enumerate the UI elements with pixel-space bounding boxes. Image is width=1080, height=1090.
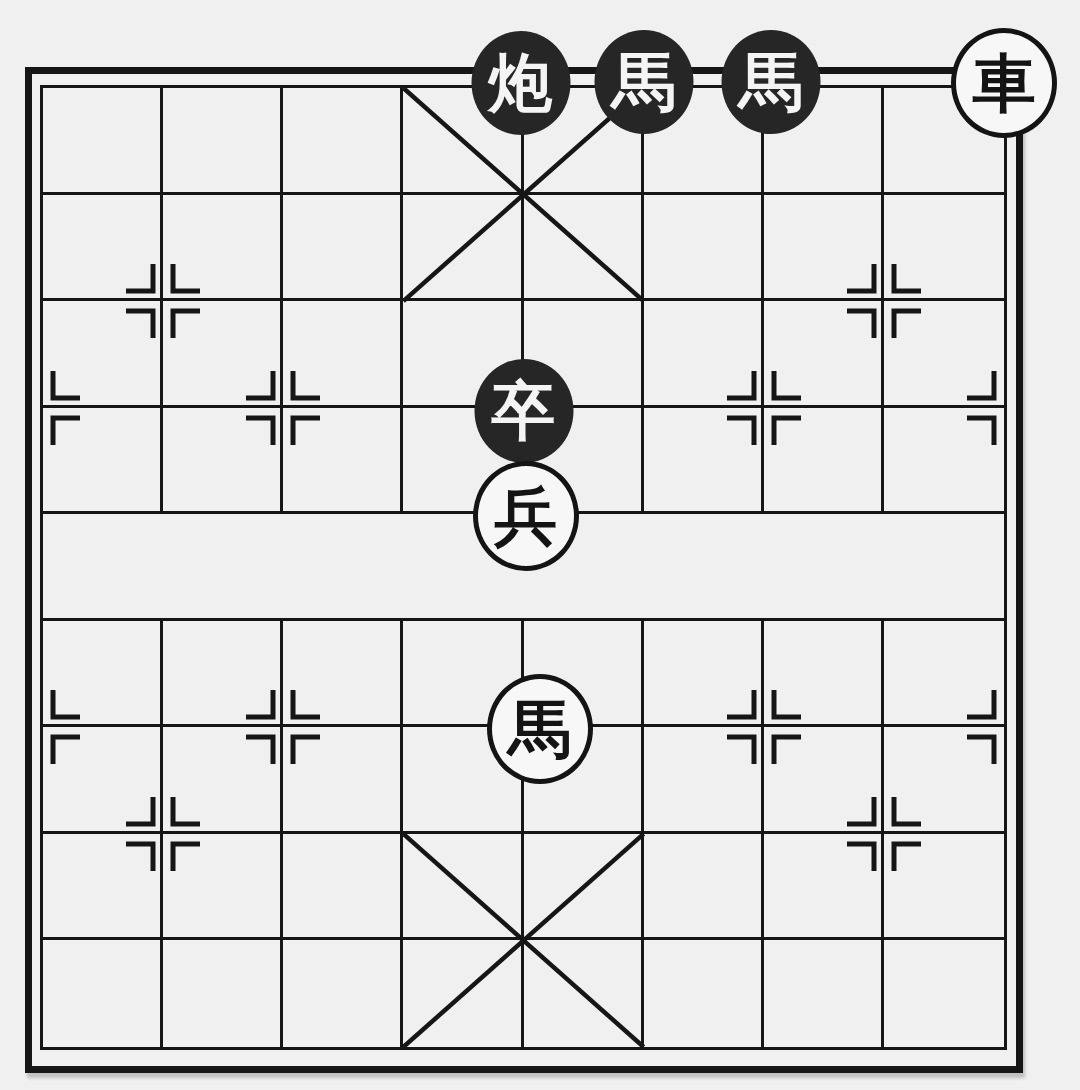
board-cell <box>764 195 884 302</box>
board-cell <box>884 301 1004 408</box>
board-cell <box>163 727 283 834</box>
board-cell <box>403 940 523 1047</box>
board-cell <box>884 727 1004 834</box>
board-cell <box>524 195 644 302</box>
board-cell <box>764 621 884 728</box>
board-cell <box>884 408 1004 515</box>
board-cell <box>43 195 163 302</box>
board-cell <box>43 727 163 834</box>
board-cell <box>43 408 163 515</box>
board-cell <box>43 940 163 1047</box>
board-cell <box>764 834 884 941</box>
river-cell <box>283 514 403 621</box>
piece-red-soldier[interactable]: 兵 <box>473 461 579 571</box>
board-cell <box>163 940 283 1047</box>
board-cell <box>644 408 764 515</box>
board-cell <box>283 301 403 408</box>
board-cell <box>43 834 163 941</box>
board-cell <box>644 834 764 941</box>
board-cell <box>163 301 283 408</box>
board-cell <box>764 940 884 1047</box>
river-cell <box>163 514 283 621</box>
board-cell <box>644 195 764 302</box>
piece-red-horse[interactable]: 馬 <box>487 674 593 784</box>
board-cell <box>884 834 1004 941</box>
board-cell <box>644 621 764 728</box>
board-cell <box>163 408 283 515</box>
board-cell <box>283 195 403 302</box>
board-cell <box>884 621 1004 728</box>
piece-black-cannon[interactable]: 炮 <box>471 31 570 135</box>
board-cell <box>764 408 884 515</box>
board-cell <box>283 834 403 941</box>
river-cell <box>884 514 1004 621</box>
board-cell <box>283 408 403 515</box>
board-cell <box>163 195 283 302</box>
board-cell <box>524 834 644 941</box>
piece-black-soldier[interactable]: 卒 <box>474 359 573 463</box>
river-cell <box>764 514 884 621</box>
board-cell <box>764 727 884 834</box>
river-cell <box>43 514 163 621</box>
river-cell <box>644 514 764 621</box>
page-background: 炮馬馬車卒兵馬 <box>0 0 1080 1090</box>
board-cell <box>283 621 403 728</box>
board-cell <box>283 940 403 1047</box>
board-cell <box>524 940 644 1047</box>
board-cell <box>43 621 163 728</box>
board-cell <box>644 301 764 408</box>
board-cell <box>283 727 403 834</box>
board-cell <box>403 195 523 302</box>
board-cell <box>764 301 884 408</box>
board-cell <box>283 88 403 195</box>
board-cell <box>43 301 163 408</box>
piece-black-horse[interactable]: 馬 <box>594 30 693 134</box>
board-cell <box>644 940 764 1047</box>
board-cell <box>163 834 283 941</box>
board-cell <box>644 727 764 834</box>
piece-black-horse[interactable]: 馬 <box>721 30 820 134</box>
board-cell <box>163 88 283 195</box>
board-cell <box>884 940 1004 1047</box>
xiangqi-board: 炮馬馬車卒兵馬 <box>40 85 1007 1050</box>
board-cell <box>403 834 523 941</box>
board-cell <box>884 195 1004 302</box>
board-cell <box>43 88 163 195</box>
piece-red-chariot[interactable]: 車 <box>951 28 1057 138</box>
board-cell <box>163 621 283 728</box>
